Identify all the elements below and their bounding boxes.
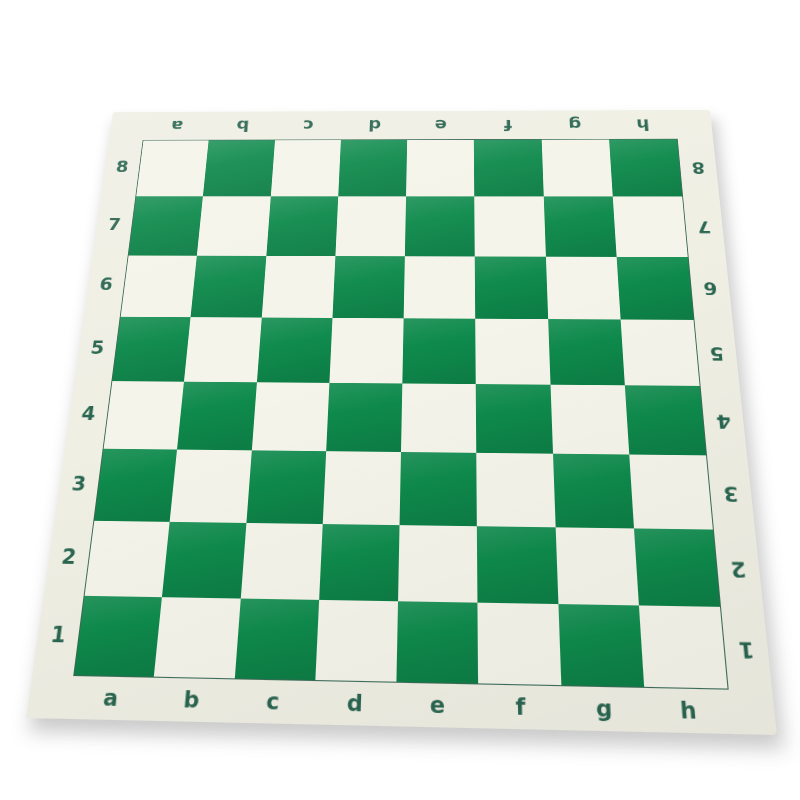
square-g5 <box>548 319 625 385</box>
square-b7 <box>197 197 270 256</box>
square-e6 <box>404 256 476 319</box>
file-label-bottom-g: g <box>561 686 647 732</box>
square-f1 <box>478 602 561 685</box>
square-b3 <box>170 450 251 523</box>
square-a2 <box>85 520 170 597</box>
square-a1 <box>74 596 162 677</box>
square-b8 <box>203 140 274 196</box>
square-g1 <box>558 604 644 687</box>
square-f6 <box>475 256 548 319</box>
chess-board <box>73 139 728 690</box>
rank-label-right-6: 6 <box>689 256 733 319</box>
square-f7 <box>474 197 545 257</box>
square-c3 <box>246 451 326 524</box>
file-label-top-a: a <box>143 112 211 140</box>
square-e8 <box>406 140 474 197</box>
rank-label-right-8: 8 <box>678 139 720 196</box>
square-d2 <box>319 524 400 601</box>
square-b1 <box>154 597 240 678</box>
square-a4 <box>104 381 185 450</box>
square-c2 <box>240 522 322 599</box>
square-d3 <box>323 451 401 524</box>
rank-label-right-3: 3 <box>707 456 755 530</box>
square-h3 <box>629 455 713 529</box>
square-g2 <box>555 527 639 605</box>
file-labels-top: abcdefgh <box>143 110 678 140</box>
square-c1 <box>234 598 319 680</box>
square-a8 <box>136 140 209 196</box>
square-f3 <box>477 453 556 527</box>
square-h5 <box>620 319 699 386</box>
file-label-top-g: g <box>541 110 610 139</box>
square-c8 <box>270 140 340 196</box>
file-label-top-b: b <box>208 111 276 139</box>
square-e1 <box>396 601 478 683</box>
square-g3 <box>553 454 634 528</box>
square-e4 <box>401 383 477 453</box>
square-e5 <box>402 318 476 384</box>
file-label-top-d: d <box>340 111 407 139</box>
square-h4 <box>625 385 706 455</box>
square-d4 <box>326 383 402 452</box>
square-b2 <box>162 521 246 598</box>
photo-background: abcdefgh 87654321 87654321 abcdefgh <box>0 0 800 800</box>
file-label-top-h: h <box>608 110 678 139</box>
file-label-bottom-d: d <box>313 681 397 726</box>
square-h8 <box>609 139 682 196</box>
file-label-bottom-b: b <box>149 678 234 723</box>
square-g7 <box>543 197 616 257</box>
square-e7 <box>405 197 475 256</box>
rank-label-right-4: 4 <box>701 386 748 456</box>
square-d8 <box>338 140 407 197</box>
rank-label-right-5: 5 <box>694 319 739 386</box>
square-a3 <box>94 449 177 521</box>
square-b4 <box>177 382 256 451</box>
chess-mat: abcdefgh 87654321 87654321 abcdefgh <box>26 110 777 735</box>
file-label-bottom-f: f <box>479 684 563 730</box>
square-b6 <box>191 255 266 317</box>
square-a5 <box>112 317 190 382</box>
square-h1 <box>639 605 728 688</box>
square-h2 <box>634 528 720 607</box>
square-f4 <box>476 384 553 454</box>
square-g6 <box>545 256 620 319</box>
square-e3 <box>400 452 478 526</box>
square-a7 <box>129 197 203 256</box>
file-label-bottom-h: h <box>645 688 733 734</box>
file-label-bottom-e: e <box>396 683 479 728</box>
file-label-top-c: c <box>274 111 342 139</box>
square-f5 <box>475 318 550 384</box>
square-c4 <box>251 382 329 451</box>
square-g8 <box>541 140 612 197</box>
square-f8 <box>474 140 543 197</box>
rank-label-right-7: 7 <box>683 196 726 256</box>
rank-label-right-1: 1 <box>721 607 772 690</box>
square-e2 <box>398 525 478 603</box>
file-label-top-e: e <box>407 111 474 139</box>
square-f2 <box>477 526 558 604</box>
rank-label-right-2: 2 <box>714 530 764 609</box>
square-c6 <box>261 255 335 317</box>
file-label-bottom-a: a <box>68 676 154 721</box>
square-a6 <box>121 255 197 317</box>
square-h7 <box>613 197 688 257</box>
file-label-top-f: f <box>474 111 542 140</box>
square-d5 <box>329 318 403 384</box>
square-c7 <box>266 197 338 256</box>
square-d6 <box>332 256 405 318</box>
square-b5 <box>184 317 261 382</box>
square-h6 <box>616 256 693 319</box>
file-label-bottom-c: c <box>230 679 314 724</box>
square-g4 <box>550 385 629 455</box>
square-d1 <box>315 600 398 682</box>
square-d7 <box>335 197 406 256</box>
square-c5 <box>256 317 332 383</box>
